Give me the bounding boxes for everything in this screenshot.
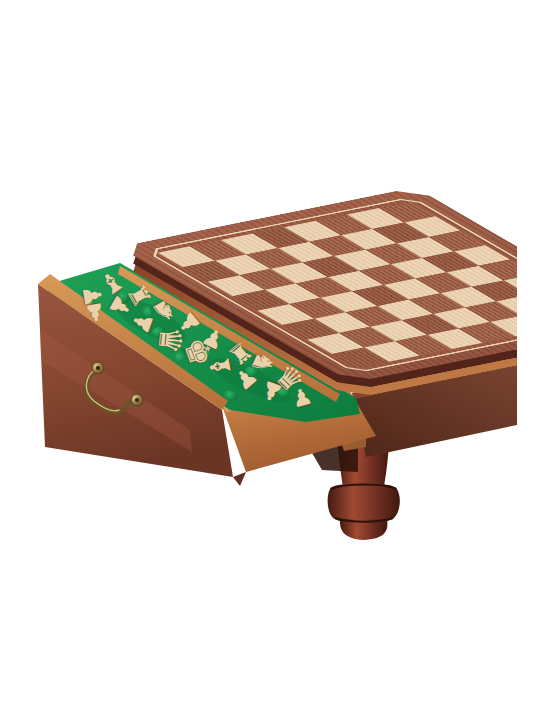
photo-crop-area: ♟♝♟♜♟♞♛♟♚♟♝♜♟♞♟♛♟♟ xyxy=(0,0,517,720)
drawer-underside xyxy=(233,472,246,486)
product-photo: ♟♝♟♜♟♞♛♟♚♟♝♜♟♞♟♛♟♟ xyxy=(0,0,540,720)
